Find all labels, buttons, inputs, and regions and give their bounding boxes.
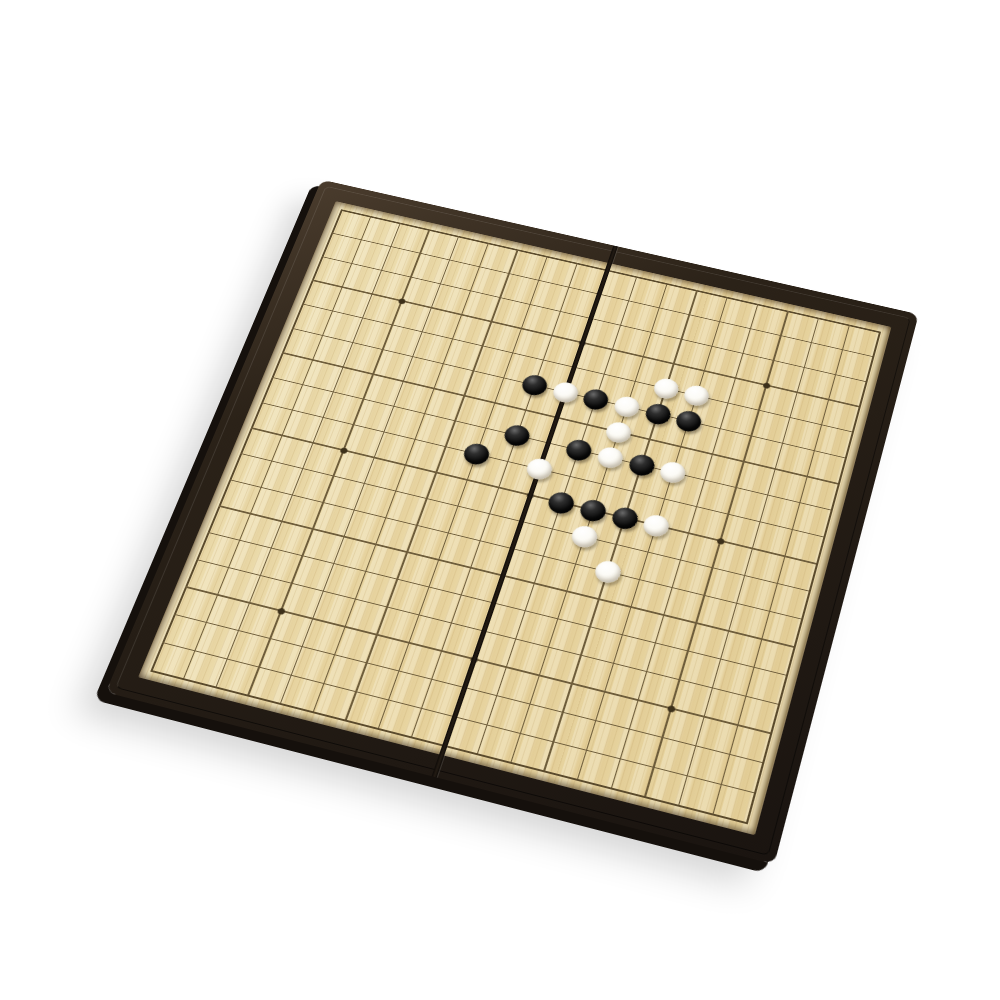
black-stone[interactable] xyxy=(609,505,640,531)
white-stone[interactable] xyxy=(569,524,600,550)
white-stone[interactable] xyxy=(641,512,672,538)
black-stone[interactable] xyxy=(564,438,594,463)
white-stone[interactable] xyxy=(658,460,688,486)
white-stone[interactable] xyxy=(603,419,633,444)
black-stone[interactable] xyxy=(519,373,549,398)
black-stone[interactable] xyxy=(643,401,673,426)
white-stone[interactable] xyxy=(550,380,580,405)
white-stone[interactable] xyxy=(595,445,625,470)
white-stone[interactable] xyxy=(651,376,681,401)
black-stone[interactable] xyxy=(501,423,532,448)
black-stone[interactable] xyxy=(626,452,656,478)
product-photo xyxy=(0,0,1000,1000)
white-stone[interactable] xyxy=(524,456,555,482)
stones-layer xyxy=(138,201,891,835)
black-stone[interactable] xyxy=(546,490,577,516)
black-stone[interactable] xyxy=(581,387,611,412)
white-stone[interactable] xyxy=(612,394,642,419)
black-stone[interactable] xyxy=(578,497,609,523)
black-stone[interactable] xyxy=(461,441,492,466)
white-stone[interactable] xyxy=(592,558,623,585)
white-stone[interactable] xyxy=(682,384,712,409)
black-stone[interactable] xyxy=(674,409,704,434)
go-board[interactable] xyxy=(106,180,919,865)
